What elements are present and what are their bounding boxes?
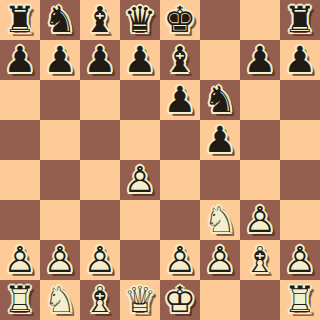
square-c2[interactable]: ♟♟♙ [80,240,120,280]
white-pawn[interactable]: ♟♟♙ [200,240,240,280]
square-g6[interactable] [240,80,280,120]
white-pawn[interactable]: ♟♟♙ [280,240,320,280]
black-pawn[interactable]: ♟♟ [240,40,280,80]
square-h2[interactable]: ♟♟♙ [280,240,320,280]
square-e1[interactable]: ♚♚♔ [160,280,200,320]
square-g1[interactable] [240,280,280,320]
square-h1[interactable]: ♜♜♖ [280,280,320,320]
square-c7[interactable]: ♟♟ [80,40,120,80]
square-f4[interactable] [200,160,240,200]
black-king[interactable]: ♚♚ [160,0,200,40]
white-queen[interactable]: ♛♛♕ [120,280,160,320]
square-a2[interactable]: ♟♟♙ [0,240,40,280]
square-a6[interactable] [0,80,40,120]
square-a8[interactable]: ♜♜ [0,0,40,40]
white-pawn[interactable]: ♟♟♙ [160,240,200,280]
square-c5[interactable] [80,120,120,160]
white-pawn[interactable]: ♟♟♙ [120,160,160,200]
square-a4[interactable] [0,160,40,200]
square-h4[interactable] [280,160,320,200]
white-knight[interactable]: ♞♞♘ [40,280,80,320]
black-rook[interactable]: ♜♜ [280,0,320,40]
square-f7[interactable] [200,40,240,80]
square-b5[interactable] [40,120,80,160]
black-knight[interactable]: ♞♞ [40,0,80,40]
black-pawn[interactable]: ♟♟ [0,40,40,80]
black-knight[interactable]: ♞♞ [200,80,240,120]
square-g4[interactable] [240,160,280,200]
square-f8[interactable] [200,0,240,40]
square-f2[interactable]: ♟♟♙ [200,240,240,280]
black-pawn[interactable]: ♟♟ [120,40,160,80]
square-e6[interactable]: ♟♟ [160,80,200,120]
square-d6[interactable] [120,80,160,120]
square-d3[interactable] [120,200,160,240]
black-pawn[interactable]: ♟♟ [200,120,240,160]
square-f3[interactable]: ♞♞♘ [200,200,240,240]
square-a5[interactable] [0,120,40,160]
square-e4[interactable] [160,160,200,200]
square-e8[interactable]: ♚♚ [160,0,200,40]
square-c4[interactable] [80,160,120,200]
white-pawn[interactable]: ♟♟♙ [80,240,120,280]
square-e7[interactable]: ♝♝ [160,40,200,80]
square-g2[interactable]: ♝♝♗ [240,240,280,280]
black-pawn[interactable]: ♟♟ [40,40,80,80]
black-pawn[interactable]: ♟♟ [280,40,320,80]
square-b7[interactable]: ♟♟ [40,40,80,80]
square-e5[interactable] [160,120,200,160]
square-d7[interactable]: ♟♟ [120,40,160,80]
square-h5[interactable] [280,120,320,160]
square-a7[interactable]: ♟♟ [0,40,40,80]
square-g3[interactable]: ♟♟♙ [240,200,280,240]
square-d2[interactable] [120,240,160,280]
square-d5[interactable] [120,120,160,160]
square-h8[interactable]: ♜♜ [280,0,320,40]
square-g7[interactable]: ♟♟ [240,40,280,80]
white-rook[interactable]: ♜♜♖ [280,280,320,320]
white-bishop[interactable]: ♝♝♗ [80,280,120,320]
square-h7[interactable]: ♟♟ [280,40,320,80]
square-c3[interactable] [80,200,120,240]
square-b6[interactable] [40,80,80,120]
black-pawn[interactable]: ♟♟ [80,40,120,80]
chess-board: ♜♜♞♞♝♝♛♛♚♚♜♜♟♟♟♟♟♟♟♟♝♝♟♟♟♟♟♟♞♞♟♟♟♟♙♞♞♘♟♟… [0,0,320,320]
square-c8[interactable]: ♝♝ [80,0,120,40]
white-king[interactable]: ♚♚♔ [160,280,200,320]
black-bishop[interactable]: ♝♝ [80,0,120,40]
black-bishop[interactable]: ♝♝ [160,40,200,80]
square-b1[interactable]: ♞♞♘ [40,280,80,320]
square-g8[interactable] [240,0,280,40]
square-g5[interactable] [240,120,280,160]
black-pawn[interactable]: ♟♟ [160,80,200,120]
square-h6[interactable] [280,80,320,120]
white-pawn[interactable]: ♟♟♙ [0,240,40,280]
square-f5[interactable]: ♟♟ [200,120,240,160]
square-d8[interactable]: ♛♛ [120,0,160,40]
square-c6[interactable] [80,80,120,120]
square-a1[interactable]: ♜♜♖ [0,280,40,320]
square-e2[interactable]: ♟♟♙ [160,240,200,280]
square-d4[interactable]: ♟♟♙ [120,160,160,200]
white-pawn[interactable]: ♟♟♙ [40,240,80,280]
white-knight[interactable]: ♞♞♘ [200,200,240,240]
square-c1[interactable]: ♝♝♗ [80,280,120,320]
black-queen[interactable]: ♛♛ [120,0,160,40]
square-h3[interactable] [280,200,320,240]
square-b3[interactable] [40,200,80,240]
white-pawn[interactable]: ♟♟♙ [240,200,280,240]
square-b4[interactable] [40,160,80,200]
square-a3[interactable] [0,200,40,240]
square-f6[interactable]: ♞♞ [200,80,240,120]
black-rook[interactable]: ♜♜ [0,0,40,40]
square-b8[interactable]: ♞♞ [40,0,80,40]
square-b2[interactable]: ♟♟♙ [40,240,80,280]
white-bishop[interactable]: ♝♝♗ [240,240,280,280]
square-d1[interactable]: ♛♛♕ [120,280,160,320]
white-rook[interactable]: ♜♜♖ [0,280,40,320]
square-f1[interactable] [200,280,240,320]
square-e3[interactable] [160,200,200,240]
